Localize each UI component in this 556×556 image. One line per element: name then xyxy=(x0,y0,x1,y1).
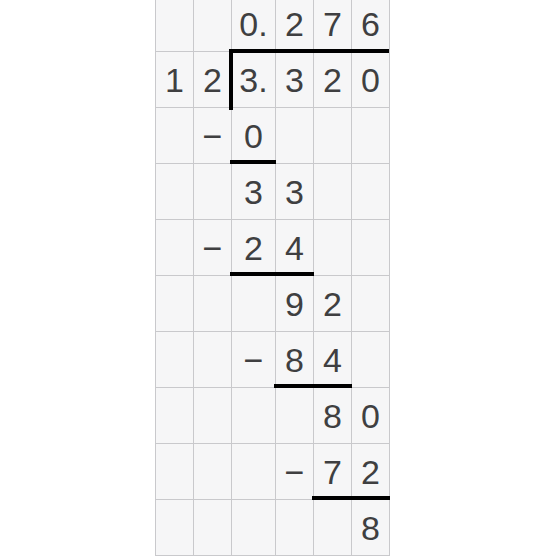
cell-r1c4: 2 xyxy=(275,0,313,51)
cell-r10c4 xyxy=(275,499,313,555)
cell-r10c6: 8 xyxy=(351,499,389,555)
cell-r6c6 xyxy=(351,275,389,331)
cell-r1c1 xyxy=(155,0,193,51)
cell-r10c1 xyxy=(155,499,193,555)
cell-r2c5: 2 xyxy=(313,51,351,107)
division-grid: 0.276123.320−033−2492−8480−728 xyxy=(155,0,390,556)
cell-r1c3: 0. xyxy=(231,0,275,51)
cell-r7c4: 8 xyxy=(275,331,313,387)
cell-r4c5 xyxy=(313,163,351,219)
cell-r3c6 xyxy=(351,107,389,163)
cell-r9c2 xyxy=(193,443,231,499)
cell-r9c5: 7 xyxy=(313,443,351,499)
cell-r1c2 xyxy=(193,0,231,51)
cell-r8c4 xyxy=(275,387,313,443)
cell-r3c1 xyxy=(155,107,193,163)
cell-r6c3 xyxy=(231,275,275,331)
cell-r4c4: 3 xyxy=(275,163,313,219)
cell-r4c2 xyxy=(193,163,231,219)
cell-r6c2 xyxy=(193,275,231,331)
cell-r2c1: 1 xyxy=(155,51,193,107)
cell-r8c2 xyxy=(193,387,231,443)
cell-r5c5 xyxy=(313,219,351,275)
cell-r7c1 xyxy=(155,331,193,387)
cell-r1c6: 6 xyxy=(351,0,389,51)
cell-r1c5: 7 xyxy=(313,0,351,51)
cell-r2c3: 3. xyxy=(231,51,275,107)
cell-r5c3: 2 xyxy=(231,219,275,275)
cell-r8c6: 0 xyxy=(351,387,389,443)
cell-r5c1 xyxy=(155,219,193,275)
cell-r4c6 xyxy=(351,163,389,219)
cell-r2c6: 0 xyxy=(351,51,389,107)
cell-r4c1 xyxy=(155,163,193,219)
cell-r2c4: 3 xyxy=(275,51,313,107)
cell-r3c5 xyxy=(313,107,351,163)
cell-r5c6 xyxy=(351,219,389,275)
long-division-worksheet: 0.276123.320−033−2492−8480−728 xyxy=(0,0,556,556)
cell-r8c3 xyxy=(231,387,275,443)
cell-r3c3: 0 xyxy=(231,107,275,163)
cell-r2c2: 2 xyxy=(193,51,231,107)
cell-r10c2 xyxy=(193,499,231,555)
cell-r6c4: 9 xyxy=(275,275,313,331)
cell-r5c4: 4 xyxy=(275,219,313,275)
cell-r4c3: 3 xyxy=(231,163,275,219)
cell-r3c4 xyxy=(275,107,313,163)
cell-r10c3 xyxy=(231,499,275,555)
cell-r7c3: − xyxy=(231,331,275,387)
cell-r7c5: 4 xyxy=(313,331,351,387)
cell-r7c2 xyxy=(193,331,231,387)
cell-r9c6: 2 xyxy=(351,443,389,499)
cell-r9c1 xyxy=(155,443,193,499)
cell-r5c2: − xyxy=(193,219,231,275)
cell-r6c1 xyxy=(155,275,193,331)
cell-r7c6 xyxy=(351,331,389,387)
cell-r6c5: 2 xyxy=(313,275,351,331)
cell-r10c5 xyxy=(313,499,351,555)
cell-r3c2: − xyxy=(193,107,231,163)
cell-r9c3 xyxy=(231,443,275,499)
cell-r8c5: 8 xyxy=(313,387,351,443)
cell-r9c4: − xyxy=(275,443,313,499)
cell-r8c1 xyxy=(155,387,193,443)
